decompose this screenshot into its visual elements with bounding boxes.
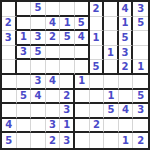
cell-r0c5[interactable] <box>75 2 90 17</box>
cell-r8c9[interactable] <box>133 119 148 134</box>
cell-r0c4[interactable] <box>60 2 75 17</box>
cell-r9c6[interactable] <box>90 133 105 148</box>
cell-r9c5[interactable] <box>75 133 90 148</box>
cell-r6c1[interactable]: 5 <box>17 90 32 105</box>
cell-r2c0[interactable]: 3 <box>2 31 17 46</box>
cell-r5c1[interactable] <box>17 75 32 90</box>
cell-r1c3[interactable]: 4 <box>46 17 61 32</box>
cell-r3c2[interactable]: 5 <box>31 46 46 61</box>
puzzle-board: 5243241515313254153513521341542153543431… <box>0 0 150 150</box>
cell-r4c8[interactable]: 2 <box>119 60 134 75</box>
cell-r3c4[interactable] <box>60 46 75 61</box>
cell-r5c2[interactable]: 3 <box>31 75 46 90</box>
cell-r2c8[interactable]: 5 <box>119 31 134 46</box>
cell-r0c2[interactable]: 5 <box>31 2 46 17</box>
cell-r1c1[interactable] <box>17 17 32 32</box>
cell-r3c7[interactable]: 1 <box>104 46 119 61</box>
cell-r2c3[interactable]: 2 <box>46 31 61 46</box>
cell-r1c8[interactable]: 1 <box>119 17 134 32</box>
cell-r4c6[interactable]: 5 <box>90 60 105 75</box>
cell-r9c8[interactable]: 1 <box>119 133 134 148</box>
cell-r5c7[interactable] <box>104 75 119 90</box>
cell-r7c7[interactable]: 5 <box>104 104 119 119</box>
cell-r5c5[interactable]: 1 <box>75 75 90 90</box>
cell-r0c6[interactable]: 2 <box>90 2 105 17</box>
cell-r5c3[interactable]: 4 <box>46 75 61 90</box>
cell-r2c2[interactable]: 3 <box>31 31 46 46</box>
cell-r8c3[interactable]: 3 <box>46 119 61 134</box>
cell-r0c0[interactable] <box>2 2 17 17</box>
cell-r9c7[interactable] <box>104 133 119 148</box>
cell-r6c4[interactable]: 2 <box>60 90 75 105</box>
cell-r1c6[interactable] <box>90 17 105 32</box>
cell-r4c4[interactable] <box>60 60 75 75</box>
cell-r0c1[interactable] <box>17 2 32 17</box>
cell-r3c1[interactable]: 3 <box>17 46 32 61</box>
cell-r5c8[interactable] <box>119 75 134 90</box>
cell-r2c6[interactable]: 1 <box>90 31 105 46</box>
cell-r9c0[interactable]: 5 <box>2 133 17 148</box>
cell-r6c6[interactable] <box>90 90 105 105</box>
cell-r1c0[interactable]: 2 <box>2 17 17 32</box>
cell-r8c4[interactable]: 1 <box>60 119 75 134</box>
cell-r6c7[interactable]: 1 <box>104 90 119 105</box>
cell-r0c9[interactable]: 3 <box>133 2 148 17</box>
cell-r7c4[interactable]: 3 <box>60 104 75 119</box>
cell-r1c5[interactable]: 5 <box>75 17 90 32</box>
cell-r5c0[interactable] <box>2 75 17 90</box>
cell-r1c9[interactable]: 5 <box>133 17 148 32</box>
cell-r3c6[interactable] <box>90 46 105 61</box>
cell-r4c3[interactable] <box>46 60 61 75</box>
cell-r2c7[interactable] <box>104 31 119 46</box>
cell-r9c4[interactable]: 3 <box>60 133 75 148</box>
cell-r6c2[interactable]: 4 <box>31 90 46 105</box>
cell-r6c5[interactable] <box>75 90 90 105</box>
cell-r7c5[interactable] <box>75 104 90 119</box>
cell-r3c5[interactable] <box>75 46 90 61</box>
cell-r9c9[interactable]: 2 <box>133 133 148 148</box>
cell-r0c8[interactable]: 4 <box>119 2 134 17</box>
cell-r2c4[interactable]: 5 <box>60 31 75 46</box>
cell-r3c0[interactable] <box>2 46 17 61</box>
cell-r9c1[interactable] <box>17 133 32 148</box>
cell-r1c7[interactable] <box>104 17 119 32</box>
cell-r6c9[interactable]: 5 <box>133 90 148 105</box>
cell-r9c3[interactable]: 2 <box>46 133 61 148</box>
cell-r7c6[interactable] <box>90 104 105 119</box>
cell-r7c1[interactable] <box>17 104 32 119</box>
cell-r0c7[interactable] <box>104 2 119 17</box>
cell-r6c0[interactable] <box>2 90 17 105</box>
cell-r2c5[interactable]: 4 <box>75 31 90 46</box>
cell-r7c9[interactable]: 3 <box>133 104 148 119</box>
cell-r5c6[interactable] <box>90 75 105 90</box>
cell-r8c2[interactable] <box>31 119 46 134</box>
cell-r0c3[interactable] <box>46 2 61 17</box>
cell-r4c9[interactable]: 1 <box>133 60 148 75</box>
cell-r7c2[interactable] <box>31 104 46 119</box>
cell-r8c7[interactable] <box>104 119 119 134</box>
cell-r3c8[interactable]: 3 <box>119 46 134 61</box>
cell-r4c2[interactable] <box>31 60 46 75</box>
cell-r2c1[interactable]: 1 <box>17 31 32 46</box>
cell-r8c5[interactable] <box>75 119 90 134</box>
cell-r6c3[interactable] <box>46 90 61 105</box>
cell-r8c8[interactable] <box>119 119 134 134</box>
cell-r8c1[interactable] <box>17 119 32 134</box>
cell-r8c0[interactable]: 4 <box>2 119 17 134</box>
cell-r7c8[interactable]: 4 <box>119 104 134 119</box>
cell-r1c2[interactable] <box>31 17 46 32</box>
cell-r3c9[interactable] <box>133 46 148 61</box>
cell-r9c2[interactable] <box>31 133 46 148</box>
cell-r4c1[interactable] <box>17 60 32 75</box>
cell-r5c9[interactable] <box>133 75 148 90</box>
cell-r1c4[interactable]: 1 <box>60 17 75 32</box>
cell-r2c9[interactable] <box>133 31 148 46</box>
cell-r6c8[interactable] <box>119 90 134 105</box>
cell-r7c3[interactable] <box>46 104 61 119</box>
cell-r4c7[interactable] <box>104 60 119 75</box>
cell-r4c5[interactable] <box>75 60 90 75</box>
cell-r5c4[interactable] <box>60 75 75 90</box>
cell-r7c0[interactable] <box>2 104 17 119</box>
cell-r3c3[interactable] <box>46 46 61 61</box>
cell-r4c0[interactable] <box>2 60 17 75</box>
cell-r8c6[interactable]: 2 <box>90 119 105 134</box>
